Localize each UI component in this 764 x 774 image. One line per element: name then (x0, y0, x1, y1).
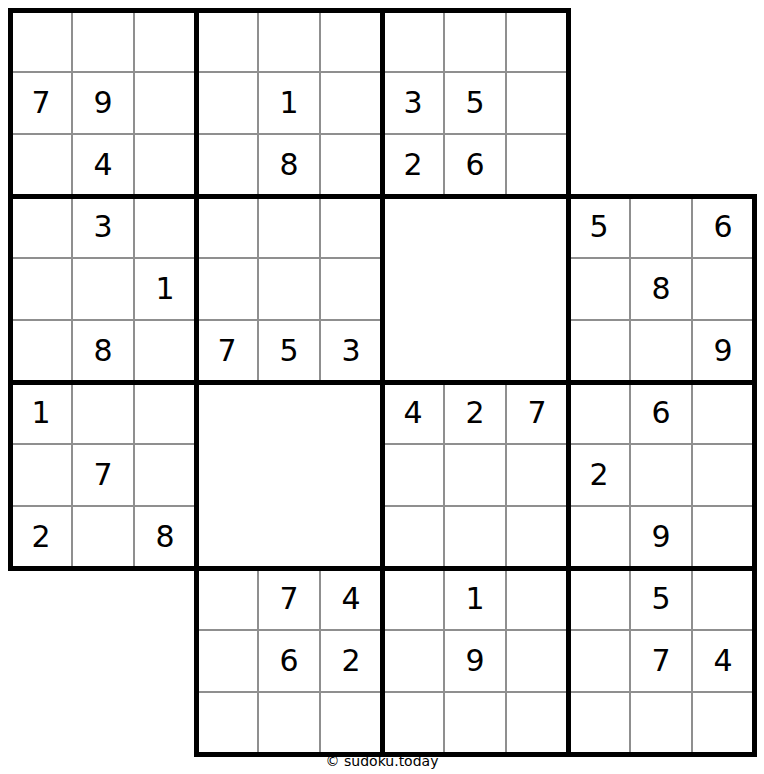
cell-r2c9[interactable] (506, 72, 568, 134)
cell-r12c9[interactable] (506, 692, 568, 754)
cell-r5c12[interactable] (692, 258, 754, 320)
cell-r8c12[interactable] (692, 444, 754, 506)
cell-r9c1[interactable]: 2 (10, 506, 72, 568)
cell-r9c9[interactable] (506, 506, 568, 568)
sudoku-board: 79135482635618875391427672289741562974 (0, 0, 764, 764)
cell-r7c1[interactable]: 1 (10, 382, 72, 444)
cell-r9c3[interactable]: 8 (134, 506, 196, 568)
cell-r6c2[interactable]: 8 (72, 320, 134, 382)
cell-r8c1[interactable] (10, 444, 72, 506)
cell-r4c12[interactable]: 6 (692, 196, 754, 258)
cell-r12c10[interactable] (568, 692, 630, 754)
cell-r5c10[interactable] (568, 258, 630, 320)
cell-r12c4[interactable] (196, 692, 258, 754)
cell-r6c6[interactable]: 3 (320, 320, 382, 382)
cell-r8c11[interactable] (630, 444, 692, 506)
cell-r9c8[interactable] (444, 506, 506, 568)
cell-r7c2[interactable] (72, 382, 134, 444)
cell-r4c11[interactable] (630, 196, 692, 258)
cell-r9c2[interactable] (72, 506, 134, 568)
cell-r4c4[interactable] (196, 196, 258, 258)
cell-r6c10[interactable] (568, 320, 630, 382)
cell-r10c6[interactable]: 4 (320, 568, 382, 630)
sudoku-page: 79135482635618875391427672289741562974 ©… (0, 0, 764, 774)
cell-r3c8[interactable]: 6 (444, 134, 506, 196)
cell-r6c1[interactable] (10, 320, 72, 382)
cell-r3c9[interactable] (506, 134, 568, 196)
cell-r1c9[interactable] (506, 10, 568, 72)
cell-r5c6[interactable] (320, 258, 382, 320)
cell-r6c12[interactable]: 9 (692, 320, 754, 382)
cell-r11c11[interactable]: 7 (630, 630, 692, 692)
cell-r7c9[interactable]: 7 (506, 382, 568, 444)
cell-r3c2[interactable]: 4 (72, 134, 134, 196)
cell-r2c7[interactable]: 3 (382, 72, 444, 134)
cell-r6c11[interactable] (630, 320, 692, 382)
copyright-caption: © sudoku.today (0, 753, 764, 769)
cell-r4c2[interactable]: 3 (72, 196, 134, 258)
cell-r6c3[interactable] (134, 320, 196, 382)
cell-r2c4[interactable] (196, 72, 258, 134)
cell-r7c12[interactable] (692, 382, 754, 444)
cell-r10c9[interactable] (506, 568, 568, 630)
cell-r10c7[interactable] (382, 568, 444, 630)
cell-r12c8[interactable] (444, 692, 506, 754)
cell-r3c7[interactable]: 2 (382, 134, 444, 196)
cell-r5c11[interactable]: 8 (630, 258, 692, 320)
empty-box-outline (194, 380, 385, 571)
cell-r1c8[interactable] (444, 10, 506, 72)
cell-r9c10[interactable] (568, 506, 630, 568)
cell-r7c8[interactable]: 2 (444, 382, 506, 444)
cell-r6c4[interactable]: 7 (196, 320, 258, 382)
cell-r1c1[interactable] (10, 10, 72, 72)
cell-r12c6[interactable] (320, 692, 382, 754)
empty-box-outline (380, 194, 571, 385)
cell-r8c7[interactable] (382, 444, 444, 506)
cell-r1c4[interactable] (196, 10, 258, 72)
cell-r5c5[interactable] (258, 258, 320, 320)
cell-r4c3[interactable] (134, 196, 196, 258)
cell-r3c4[interactable] (196, 134, 258, 196)
cell-r1c2[interactable] (72, 10, 134, 72)
cell-r12c12[interactable] (692, 692, 754, 754)
cell-r7c10[interactable] (568, 382, 630, 444)
cell-r10c5[interactable]: 7 (258, 568, 320, 630)
cell-r11c5[interactable]: 6 (258, 630, 320, 692)
cell-r11c4[interactable] (196, 630, 258, 692)
cell-r1c7[interactable] (382, 10, 444, 72)
cell-r10c11[interactable]: 5 (630, 568, 692, 630)
cell-r11c8[interactable]: 9 (444, 630, 506, 692)
cell-r7c11[interactable]: 6 (630, 382, 692, 444)
cell-r3c6[interactable] (320, 134, 382, 196)
cell-r5c4[interactable] (196, 258, 258, 320)
cell-r9c11[interactable]: 9 (630, 506, 692, 568)
cell-r11c6[interactable]: 2 (320, 630, 382, 692)
cell-r6c5[interactable]: 5 (258, 320, 320, 382)
cell-r1c5[interactable] (258, 10, 320, 72)
cell-r3c3[interactable] (134, 134, 196, 196)
cell-r5c1[interactable] (10, 258, 72, 320)
cell-r10c4[interactable] (196, 568, 258, 630)
cell-r1c6[interactable] (320, 10, 382, 72)
cell-r2c2[interactable]: 9 (72, 72, 134, 134)
cell-r11c12[interactable]: 4 (692, 630, 754, 692)
cell-r12c7[interactable] (382, 692, 444, 754)
cell-r8c9[interactable] (506, 444, 568, 506)
cell-r1c3[interactable] (134, 10, 196, 72)
cell-r12c11[interactable] (630, 692, 692, 754)
cell-r9c7[interactable] (382, 506, 444, 568)
cell-r10c8[interactable]: 1 (444, 568, 506, 630)
cell-r11c7[interactable] (382, 630, 444, 692)
cell-r9c12[interactable] (692, 506, 754, 568)
cell-r7c7[interactable]: 4 (382, 382, 444, 444)
cell-r10c12[interactable] (692, 568, 754, 630)
cell-r12c5[interactable] (258, 692, 320, 754)
cell-r5c2[interactable] (72, 258, 134, 320)
cell-r2c6[interactable] (320, 72, 382, 134)
cell-r2c5[interactable]: 1 (258, 72, 320, 134)
cell-r7c3[interactable] (134, 382, 196, 444)
cell-r8c8[interactable] (444, 444, 506, 506)
cell-r8c3[interactable] (134, 444, 196, 506)
cell-r4c5[interactable] (258, 196, 320, 258)
cell-r2c8[interactable]: 5 (444, 72, 506, 134)
cell-r4c1[interactable] (10, 196, 72, 258)
cell-r3c5[interactable]: 8 (258, 134, 320, 196)
cell-r4c10[interactable]: 5 (568, 196, 630, 258)
cell-r3c1[interactable] (10, 134, 72, 196)
cell-r10c10[interactable] (568, 568, 630, 630)
cell-r8c2[interactable]: 7 (72, 444, 134, 506)
cell-r5c3[interactable]: 1 (134, 258, 196, 320)
cell-r11c9[interactable] (506, 630, 568, 692)
cell-r4c6[interactable] (320, 196, 382, 258)
cell-r2c1[interactable]: 7 (10, 72, 72, 134)
cell-r2c3[interactable] (134, 72, 196, 134)
cell-r11c10[interactable] (568, 630, 630, 692)
cell-r8c10[interactable]: 2 (568, 444, 630, 506)
